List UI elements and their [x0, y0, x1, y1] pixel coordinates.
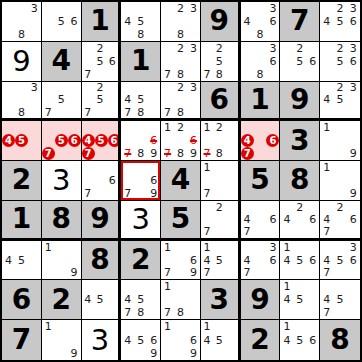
candidate-5: 5 [333, 15, 346, 28]
cell-r3c2[interactable]: 57 [42, 82, 82, 122]
solved-digit: 9 [12, 47, 30, 76]
given-digit: 2 [12, 166, 31, 194]
cell-r9c6[interactable]: 145 [201, 320, 241, 360]
pencil-marks: 246 [280, 201, 319, 238]
candidate-3: 3 [267, 241, 280, 254]
pencil-marks: 1456 [280, 320, 319, 360]
candidate-8: 8 [254, 28, 267, 41]
candidate-1: 1 [280, 320, 293, 333]
candidate-4: 4 [2, 254, 15, 267]
pencil-marks: 679 [121, 161, 160, 200]
candidate-7-eliminated: 7 [201, 147, 213, 160]
cell-r4c3[interactable]: 4567 [82, 121, 122, 161]
candidate-4: 4 [121, 94, 134, 106]
candidate-2: 2 [333, 42, 346, 55]
candidate-9: 9 [187, 147, 200, 160]
candidate-7: 7 [161, 106, 174, 118]
cell-r6c2[interactable]: 8 [42, 201, 82, 241]
candidate-8: 8 [15, 28, 28, 41]
solved-digit: 3 [52, 166, 70, 195]
candidate-1: 1 [161, 241, 174, 254]
cell-r3c4[interactable]: 4578 [121, 82, 161, 122]
cell-r9c1[interactable]: 7 [2, 320, 42, 360]
cell-r1c7[interactable]: 3468 [241, 2, 281, 42]
candidate-8: 8 [134, 106, 147, 118]
cell-r2c6[interactable]: 2578 [201, 42, 241, 82]
candidate-3: 3 [347, 2, 360, 15]
candidate-7: 7 [121, 306, 134, 319]
pencil-marks: 467 [241, 121, 280, 160]
candidate-3: 3 [347, 42, 360, 55]
candidate-1: 1 [161, 320, 174, 333]
candidate-4-circled: 4 [2, 134, 15, 147]
pencil-marks: 2378 [161, 42, 200, 81]
candidate-2: 2 [333, 82, 346, 94]
candidate-3: 3 [347, 82, 360, 94]
given-digit: 5 [171, 205, 190, 233]
candidate-4: 4 [320, 254, 333, 267]
pencil-marks: 1679 [161, 241, 200, 280]
given-digit: 8 [290, 166, 309, 194]
candidate-2: 2 [94, 42, 106, 55]
cell-r8c3[interactable]: 45 [82, 280, 122, 320]
given-digit: 8 [330, 326, 349, 354]
candidate-8: 8 [134, 306, 147, 319]
candidate-7: 7 [241, 225, 254, 237]
cell-r7c1[interactable]: 45 [2, 241, 42, 281]
candidate-6: 6 [306, 213, 319, 225]
pencil-marks: 2567 [82, 42, 119, 81]
solved-digit: 3 [131, 205, 149, 234]
candidate-3: 3 [28, 82, 41, 94]
candidate-5: 5 [293, 333, 306, 346]
cell-r1c8[interactable]: 7 [280, 2, 320, 42]
candidate-7: 7 [82, 106, 94, 118]
pencil-marks: 2345 [320, 82, 360, 119]
pencil-marks: 2578 [201, 42, 238, 81]
cell-r2c5[interactable]: 2378 [161, 42, 201, 82]
cell-r8c2[interactable]: 2 [42, 280, 82, 320]
pencil-marks: 1456 [280, 241, 319, 280]
candidate-4: 4 [121, 15, 134, 28]
candidate-7: 7 [320, 225, 333, 237]
candidate-8: 8 [213, 68, 225, 81]
given-digit: 4 [51, 47, 70, 75]
candidate-5: 5 [134, 94, 147, 106]
cell-r7c8[interactable]: 1456 [280, 241, 320, 281]
given-digit: 1 [250, 86, 269, 114]
pencil-marks: 257 [82, 82, 119, 119]
candidate-5: 5 [134, 333, 147, 346]
cell-r4c1[interactable]: 45 [2, 121, 42, 161]
candidate-2: 2 [333, 201, 346, 213]
pencil-marks: 4578 [121, 280, 160, 319]
given-digit: 8 [51, 205, 70, 233]
pencil-marks: 17 [201, 161, 238, 200]
candidate-5: 5 [213, 55, 225, 68]
cell-r7c7[interactable]: 3467 [241, 241, 281, 281]
candidate-7: 7 [161, 267, 174, 280]
cell-r6c5[interactable]: 5 [161, 201, 201, 241]
candidate-3: 3 [187, 82, 200, 94]
pencil-marks: 238 [161, 2, 200, 41]
candidate-8: 8 [174, 68, 187, 81]
candidate-1: 1 [320, 121, 333, 134]
cell-r2c8[interactable]: 256 [280, 42, 320, 82]
cell-r6c4[interactable]: 3 [121, 201, 161, 241]
pencil-marks: 56 [42, 2, 81, 41]
cell-r1c9[interactable]: 23456 [320, 2, 360, 42]
cell-r4c5[interactable]: 126789 [161, 121, 201, 161]
cell-r4c7[interactable]: 467 [241, 121, 281, 161]
candidate-6-eliminated: 6 [187, 134, 200, 147]
given-digit: 2 [51, 286, 70, 314]
cell-r2c2[interactable]: 4 [42, 42, 82, 82]
candidate-4: 4 [280, 333, 293, 346]
given-digit: 2 [131, 246, 150, 274]
candidate-8: 8 [174, 306, 187, 319]
pencil-marks: 67 [82, 161, 119, 200]
cell-r3c8[interactable]: 9 [280, 82, 320, 122]
candidate-5: 5 [333, 94, 346, 106]
candidate-1: 1 [280, 280, 293, 293]
cell-r1c4[interactable]: 458 [121, 2, 161, 42]
candidate-4: 4 [280, 213, 293, 225]
given-digit: 2 [250, 326, 269, 354]
pencil-marks: 45 [2, 241, 41, 280]
candidate-5: 5 [55, 15, 68, 28]
candidate-9: 9 [347, 187, 360, 200]
candidate-4: 4 [280, 293, 293, 306]
cell-r5c8[interactable]: 8 [280, 161, 320, 201]
candidate-9: 9 [347, 147, 360, 160]
candidate-5: 5 [333, 254, 346, 267]
candidate-7-circled: 7 [82, 147, 95, 160]
candidate-4: 4 [320, 213, 333, 225]
cell-r7c9[interactable]: 34567 [320, 241, 360, 281]
candidate-2: 2 [213, 42, 225, 55]
cell-r4c9[interactable]: 19 [320, 121, 360, 161]
candidate-8: 8 [134, 147, 147, 160]
candidate-4: 4 [320, 94, 333, 106]
candidate-9: 9 [147, 147, 160, 160]
candidate-6: 6 [187, 254, 200, 267]
candidate-7: 7 [201, 225, 213, 237]
pencil-marks: 145 [280, 280, 319, 319]
candidate-6: 6 [187, 333, 200, 346]
candidate-7-eliminated: 7 [121, 147, 134, 160]
cell-r6c8[interactable]: 246 [280, 201, 320, 241]
candidate-9: 9 [147, 347, 160, 360]
candidate-5: 5 [15, 254, 28, 267]
candidate-5: 5 [55, 94, 68, 106]
pencil-marks: 368 [241, 42, 280, 81]
pencil-marks: 457 [320, 280, 360, 319]
candidate-2: 2 [213, 201, 225, 213]
candidate-6: 6 [267, 15, 280, 28]
cell-r2c4[interactable]: 1 [121, 42, 161, 82]
given-digit: 9 [290, 86, 309, 114]
given-digit: 1 [12, 205, 31, 233]
candidate-5: 5 [333, 55, 346, 68]
pencil-marks: 2356 [320, 42, 360, 81]
candidate-1: 1 [201, 320, 213, 333]
cell-r6c3[interactable]: 9 [82, 201, 122, 241]
cell-r3c7[interactable]: 1 [241, 82, 281, 122]
cell-r1c6[interactable]: 9 [201, 2, 241, 42]
given-digit: 4 [171, 166, 190, 194]
cell-r5c4[interactable]: 679 [121, 161, 161, 201]
cell-r7c5[interactable]: 1679 [161, 241, 201, 281]
cell-r9c3[interactable]: 3 [82, 320, 122, 360]
given-digit: 5 [250, 166, 269, 194]
cell-r6c7[interactable]: 467 [241, 201, 281, 241]
candidate-1: 1 [201, 241, 213, 254]
pencil-marks: 6789 [121, 121, 160, 160]
cell-r8c8[interactable]: 145 [280, 280, 320, 320]
cell-r2c7[interactable]: 368 [241, 42, 281, 82]
candidate-4: 4 [320, 15, 333, 28]
solved-digit: 3 [91, 326, 109, 355]
candidate-5: 5 [94, 293, 106, 306]
cell-r8c4[interactable]: 4578 [121, 280, 161, 320]
pencil-marks: 1457 [201, 241, 238, 280]
candidate-7: 7 [161, 68, 174, 81]
candidate-9: 9 [187, 347, 200, 360]
candidate-6: 6 [106, 55, 118, 68]
pencil-marks: 19 [320, 121, 360, 160]
pencil-marks: 45 [2, 121, 41, 160]
candidate-4: 4 [241, 213, 254, 225]
given-digit: 1 [90, 7, 109, 35]
cell-r2c3[interactable]: 2567 [82, 42, 122, 82]
candidate-6: 6 [147, 333, 160, 346]
cell-r5c1[interactable]: 2 [2, 161, 42, 201]
pencil-marks: 2378 [161, 82, 200, 119]
candidate-5-circled: 5 [95, 134, 108, 147]
cell-r8c1[interactable]: 6 [2, 280, 42, 320]
given-digit: 7 [12, 326, 31, 354]
candidate-2: 2 [333, 2, 346, 15]
candidate-2: 2 [174, 2, 187, 15]
candidate-6: 6 [68, 15, 81, 28]
candidate-6: 6 [267, 213, 280, 225]
cell-r2c1[interactable]: 9 [2, 42, 42, 82]
cell-r4c6[interactable]: 1278 [201, 121, 241, 161]
candidate-4: 4 [241, 15, 254, 28]
candidate-1: 1 [320, 161, 333, 174]
cell-r1c2[interactable]: 56 [42, 2, 82, 42]
candidate-3: 3 [267, 42, 280, 55]
candidate-6: 6 [106, 174, 118, 187]
cell-r7c2[interactable]: 19 [42, 241, 82, 281]
candidate-4: 4 [121, 293, 134, 306]
pencil-marks: 23456 [320, 2, 360, 41]
given-digit: 6 [210, 86, 229, 114]
pencil-marks: 57 [42, 82, 81, 119]
candidate-6-circled: 6 [108, 134, 121, 147]
candidate-7: 7 [320, 306, 333, 319]
cell-r9c8[interactable]: 1456 [280, 320, 320, 360]
candidate-4: 4 [320, 293, 333, 306]
candidate-7: 7 [201, 187, 213, 200]
cell-r5c3[interactable]: 67 [82, 161, 122, 201]
candidate-8: 8 [213, 147, 225, 160]
candidate-8: 8 [254, 68, 267, 81]
given-digit: 9 [210, 7, 229, 35]
cell-r8c5[interactable]: 178 [161, 280, 201, 320]
candidate-2: 2 [174, 82, 187, 94]
pencil-marks: 3468 [241, 2, 280, 41]
candidate-8: 8 [134, 28, 147, 41]
cell-r5c9[interactable]: 19 [320, 161, 360, 201]
candidate-5: 5 [134, 15, 147, 28]
cell-r1c1[interactable]: 38 [2, 2, 42, 42]
cell-r3c1[interactable]: 38 [2, 82, 42, 122]
candidate-7-eliminated: 7 [161, 147, 174, 160]
candidate-2: 2 [174, 121, 187, 134]
candidate-2: 2 [293, 42, 306, 55]
pencil-marks: 256 [280, 42, 319, 81]
cell-r9c5[interactable]: 169 [161, 320, 201, 360]
pencil-marks: 19 [42, 241, 81, 280]
candidate-7: 7 [82, 187, 94, 200]
candidate-2: 2 [174, 42, 187, 55]
candidate-3: 3 [347, 241, 360, 254]
candidate-7: 7 [320, 267, 333, 280]
cell-r4c4[interactable]: 6789 [121, 121, 161, 161]
given-digit: 1 [131, 47, 150, 75]
cell-r9c2[interactable]: 19 [42, 320, 82, 360]
candidate-4: 4 [121, 333, 134, 346]
cell-r3c3[interactable]: 257 [82, 82, 122, 122]
candidate-4: 4 [82, 293, 94, 306]
cell-r5c5[interactable]: 4 [161, 161, 201, 201]
candidate-4-circled: 4 [82, 134, 95, 147]
pencil-marks: 178 [161, 280, 200, 319]
candidate-6: 6 [267, 55, 280, 68]
cell-r3c5[interactable]: 2378 [161, 82, 201, 122]
candidate-5-circled: 5 [15, 134, 28, 147]
pencil-marks: 38 [2, 82, 41, 119]
candidate-2: 2 [293, 201, 306, 213]
given-digit: 7 [290, 7, 309, 35]
cell-r6c6[interactable]: 27 [201, 201, 241, 241]
candidate-5: 5 [94, 94, 106, 106]
pencil-marks: 34567 [320, 241, 360, 280]
pencil-marks: 126789 [161, 121, 200, 160]
candidate-8: 8 [15, 106, 28, 118]
candidate-4: 4 [280, 254, 293, 267]
candidate-6: 6 [347, 55, 360, 68]
candidate-1: 1 [201, 121, 213, 134]
cell-r1c3[interactable]: 1 [82, 2, 122, 42]
candidate-8: 8 [174, 106, 187, 118]
given-digit: 6 [12, 286, 31, 314]
cell-r9c7[interactable]: 2 [241, 320, 281, 360]
pencil-marks: 4569 [121, 320, 160, 360]
cell-r5c7[interactable]: 5 [241, 161, 281, 201]
candidate-6: 6 [347, 213, 360, 225]
cell-r4c2[interactable]: 567 [42, 121, 82, 161]
pencil-marks: 567 [42, 121, 81, 160]
candidate-7: 7 [161, 306, 174, 319]
pencil-marks: 27 [201, 201, 238, 238]
candidate-5: 5 [213, 254, 225, 267]
cell-r8c9[interactable]: 457 [320, 280, 360, 320]
cell-r6c1[interactable]: 1 [2, 201, 42, 241]
candidate-1: 1 [42, 320, 55, 333]
given-digit: 3 [210, 286, 229, 314]
cell-r3c9[interactable]: 2345 [320, 82, 360, 122]
candidate-7: 7 [82, 68, 94, 81]
candidate-6: 6 [347, 254, 360, 267]
cell-r1c5[interactable]: 238 [161, 2, 201, 42]
candidate-5-circled: 5 [55, 134, 68, 147]
sudoku-board: 3856145823893468723456942567123782578368… [0, 0, 362, 362]
candidate-5: 5 [333, 293, 346, 306]
candidate-8: 8 [174, 28, 187, 41]
pencil-marks: 458 [121, 2, 160, 41]
candidate-6: 6 [306, 254, 319, 267]
cell-r3c6[interactable]: 6 [201, 82, 241, 122]
candidate-6: 6 [306, 55, 319, 68]
cell-r7c3[interactable]: 8 [82, 241, 122, 281]
candidate-7: 7 [241, 267, 254, 280]
candidate-7: 7 [42, 106, 55, 118]
candidate-3: 3 [28, 2, 41, 15]
pencil-marks: 169 [161, 320, 200, 360]
cell-r6c9[interactable]: 2467 [320, 201, 360, 241]
cell-r2c9[interactable]: 2356 [320, 42, 360, 82]
cell-r5c2[interactable]: 3 [42, 161, 82, 201]
cell-r7c4[interactable]: 2 [121, 241, 161, 281]
candidate-1: 1 [161, 121, 174, 134]
candidate-5: 5 [293, 254, 306, 267]
candidate-5: 5 [213, 333, 225, 346]
candidate-9: 9 [68, 347, 81, 360]
pencil-marks: 45 [82, 280, 119, 319]
candidate-4: 4 [241, 254, 254, 267]
candidate-6: 6 [306, 333, 319, 346]
candidate-5: 5 [293, 55, 306, 68]
cell-r7c6[interactable]: 1457 [201, 241, 241, 281]
candidate-7: 7 [121, 187, 134, 200]
given-digit: 8 [90, 246, 109, 274]
pencil-marks: 4578 [121, 82, 160, 119]
candidate-4-circled: 4 [241, 134, 254, 147]
candidate-6-eliminated: 6 [147, 134, 160, 147]
given-digit: 9 [250, 286, 269, 314]
candidate-5: 5 [293, 293, 306, 306]
cell-r8c7[interactable]: 9 [241, 280, 281, 320]
pencil-marks: 145 [201, 320, 238, 360]
cell-r8c6[interactable]: 3 [201, 280, 241, 320]
cell-r4c8[interactable]: 3 [280, 121, 320, 161]
candidate-7: 7 [121, 106, 134, 118]
cell-r9c9[interactable]: 8 [320, 320, 360, 360]
candidate-4: 4 [201, 333, 213, 346]
candidate-6-circled: 6 [266, 134, 279, 147]
candidate-9: 9 [187, 267, 200, 280]
candidate-9: 9 [68, 267, 81, 280]
cell-r9c4[interactable]: 4569 [121, 320, 161, 360]
candidate-1: 1 [201, 161, 213, 174]
given-digit: 3 [290, 127, 309, 155]
candidate-5: 5 [94, 55, 106, 68]
candidate-6: 6 [147, 174, 160, 187]
cell-r5c6[interactable]: 17 [201, 161, 241, 201]
